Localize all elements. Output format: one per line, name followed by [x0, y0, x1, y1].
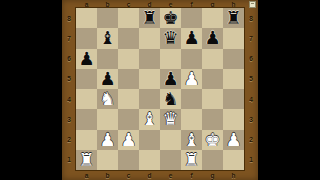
square-c8[interactable] — [118, 8, 139, 28]
file-label: g — [202, 0, 223, 8]
square-b5[interactable]: ♟ — [97, 69, 118, 89]
black-piece-K-e8: ♚ — [162, 9, 178, 27]
white-piece-K-g2: ♚ — [204, 130, 220, 148]
square-a2[interactable] — [76, 130, 97, 150]
square-f3[interactable] — [181, 109, 202, 129]
white-piece-R-a1: ♜ — [78, 150, 94, 168]
square-b2[interactable]: ♟ — [97, 130, 118, 150]
square-a5[interactable] — [76, 69, 97, 89]
square-h7[interactable] — [223, 28, 244, 48]
rank-label: 1 — [62, 150, 76, 170]
file-labels-top: abcdefgh — [76, 0, 244, 8]
file-label: c — [118, 170, 139, 180]
rank-label: 4 — [62, 89, 76, 109]
file-label: f — [181, 170, 202, 180]
board-squares: ♜♚♜♝♛♟♟♟♟♟♟♞♞♝♛♟♟♝♚♟♜♜ — [76, 8, 244, 170]
square-f4[interactable] — [181, 89, 202, 109]
square-h5[interactable] — [223, 69, 244, 89]
square-e8[interactable]: ♚ — [160, 8, 181, 28]
file-label: g — [202, 170, 223, 180]
rank-labels-left: 87654321 — [62, 8, 76, 170]
square-f1[interactable]: ♜ — [181, 150, 202, 170]
black-piece-P-a6: ♟ — [78, 49, 94, 67]
small-window-icon[interactable] — [249, 1, 256, 8]
black-piece-B-b7: ♝ — [99, 29, 115, 47]
rank-label: 4 — [244, 89, 258, 109]
square-d8[interactable]: ♜ — [139, 8, 160, 28]
square-c3[interactable] — [118, 109, 139, 129]
square-b3[interactable] — [97, 109, 118, 129]
square-b6[interactable] — [97, 49, 118, 69]
square-c6[interactable] — [118, 49, 139, 69]
black-piece-P-f7: ♟ — [183, 29, 199, 47]
square-e7[interactable]: ♛ — [160, 28, 181, 48]
square-a4[interactable] — [76, 89, 97, 109]
square-d6[interactable] — [139, 49, 160, 69]
black-piece-R-d8: ♜ — [141, 9, 157, 27]
square-a7[interactable] — [76, 28, 97, 48]
square-h3[interactable] — [223, 109, 244, 129]
square-b1[interactable] — [97, 150, 118, 170]
square-f6[interactable] — [181, 49, 202, 69]
white-piece-N-b4: ♞ — [99, 90, 115, 108]
chess-app-view: abcdefgh abcdefgh 87654321 87654321 ♜♚♜♝… — [0, 0, 320, 180]
square-a3[interactable] — [76, 109, 97, 129]
square-e4[interactable]: ♞ — [160, 89, 181, 109]
rank-label: 8 — [62, 8, 76, 28]
square-g6[interactable] — [202, 49, 223, 69]
square-c7[interactable] — [118, 28, 139, 48]
rank-label: 1 — [244, 150, 258, 170]
black-piece-N-e4: ♞ — [162, 90, 178, 108]
square-a8[interactable] — [76, 8, 97, 28]
square-c1[interactable] — [118, 150, 139, 170]
black-piece-P-g7: ♟ — [204, 29, 220, 47]
square-g5[interactable] — [202, 69, 223, 89]
square-f7[interactable]: ♟ — [181, 28, 202, 48]
file-label: h — [223, 0, 244, 8]
black-piece-Q-e7: ♛ — [162, 29, 178, 47]
file-label: d — [139, 0, 160, 8]
rank-label: 2 — [62, 130, 76, 150]
square-g2[interactable]: ♚ — [202, 130, 223, 150]
file-label: c — [118, 0, 139, 8]
white-piece-P-b2: ♟ — [99, 130, 115, 148]
square-d5[interactable] — [139, 69, 160, 89]
black-piece-P-e5: ♟ — [162, 69, 178, 87]
black-piece-P-b5: ♟ — [99, 69, 115, 87]
square-f5[interactable]: ♟ — [181, 69, 202, 89]
square-h8[interactable]: ♜ — [223, 8, 244, 28]
file-label: b — [97, 170, 118, 180]
rank-label: 3 — [244, 109, 258, 129]
black-piece-R-h8: ♜ — [225, 9, 241, 27]
square-h2[interactable]: ♟ — [223, 130, 244, 150]
square-h1[interactable] — [223, 150, 244, 170]
square-b4[interactable]: ♞ — [97, 89, 118, 109]
square-h4[interactable] — [223, 89, 244, 109]
rank-label: 3 — [62, 109, 76, 129]
square-c2[interactable]: ♟ — [118, 130, 139, 150]
rank-label: 5 — [244, 69, 258, 89]
rank-label: 8 — [244, 8, 258, 28]
rank-label: 7 — [244, 28, 258, 48]
rank-label: 6 — [244, 49, 258, 69]
rank-label: 6 — [62, 49, 76, 69]
square-e1[interactable] — [160, 150, 181, 170]
square-g1[interactable] — [202, 150, 223, 170]
chess-board: abcdefgh abcdefgh 87654321 87654321 ♜♚♜♝… — [62, 0, 258, 180]
rank-labels-right: 87654321 — [244, 8, 258, 170]
white-piece-B-f2: ♝ — [183, 130, 199, 148]
square-d1[interactable] — [139, 150, 160, 170]
square-e3[interactable]: ♛ — [160, 109, 181, 129]
square-e5[interactable]: ♟ — [160, 69, 181, 89]
file-label: e — [160, 170, 181, 180]
file-label: a — [76, 0, 97, 8]
square-d7[interactable] — [139, 28, 160, 48]
white-piece-B-d3: ♝ — [141, 110, 157, 128]
file-labels-bottom: abcdefgh — [76, 170, 244, 180]
square-b8[interactable] — [97, 8, 118, 28]
file-label: h — [223, 170, 244, 180]
square-d2[interactable] — [139, 130, 160, 150]
square-f2[interactable]: ♝ — [181, 130, 202, 150]
file-label: a — [76, 170, 97, 180]
square-h6[interactable] — [223, 49, 244, 69]
square-f8[interactable] — [181, 8, 202, 28]
rank-label: 2 — [244, 130, 258, 150]
square-a1[interactable]: ♜ — [76, 150, 97, 170]
square-e6[interactable] — [160, 49, 181, 69]
file-label: f — [181, 0, 202, 8]
file-label: e — [160, 0, 181, 8]
rank-label: 7 — [62, 28, 76, 48]
square-g4[interactable] — [202, 89, 223, 109]
square-c5[interactable] — [118, 69, 139, 89]
white-piece-P-f5: ♟ — [183, 69, 199, 87]
square-b7[interactable]: ♝ — [97, 28, 118, 48]
file-label: b — [97, 0, 118, 8]
square-c4[interactable] — [118, 89, 139, 109]
rank-label: 5 — [62, 69, 76, 89]
white-piece-P-c2: ♟ — [120, 130, 136, 148]
square-d4[interactable] — [139, 89, 160, 109]
square-e2[interactable] — [160, 130, 181, 150]
square-g3[interactable] — [202, 109, 223, 129]
white-piece-R-f1: ♜ — [183, 150, 199, 168]
file-label: d — [139, 170, 160, 180]
square-d3[interactable]: ♝ — [139, 109, 160, 129]
square-g7[interactable]: ♟ — [202, 28, 223, 48]
square-a6[interactable]: ♟ — [76, 49, 97, 69]
white-piece-P-h2: ♟ — [225, 130, 241, 148]
white-piece-Q-e3: ♛ — [162, 110, 178, 128]
square-g8[interactable] — [202, 8, 223, 28]
